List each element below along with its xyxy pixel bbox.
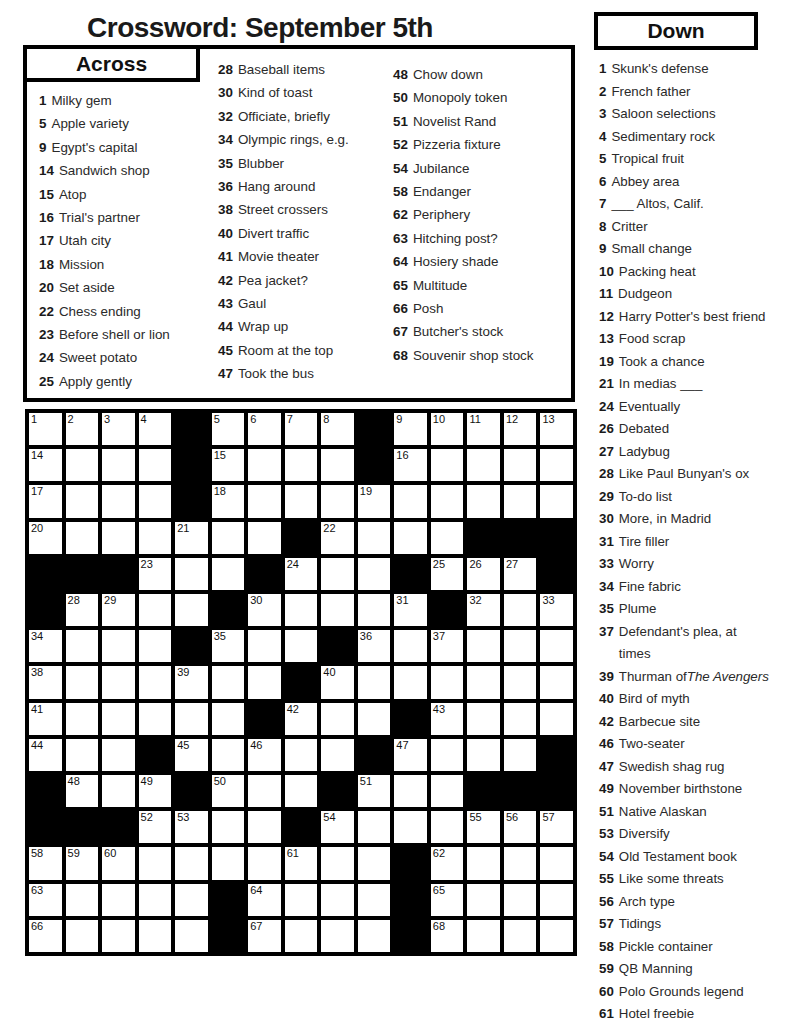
clue-text: Egypt's capital: [51, 136, 137, 159]
across-clue-column-3: 48Chow down50Monopoly token51Novelist Ra…: [393, 63, 573, 367]
black-cell-r12c2: [66, 811, 99, 843]
clue-number: 43: [218, 292, 233, 315]
cell-number: 54: [323, 812, 335, 823]
clue-text: Skunk's defense: [611, 58, 791, 81]
cell-number: 44: [31, 740, 43, 751]
grid-cell-r1c13[interactable]: 11: [467, 413, 500, 445]
grid-cell-r11c3[interactable]: [102, 775, 135, 807]
grid-cell-r1c14[interactable]: 12: [504, 413, 537, 445]
clue-number: 36: [218, 175, 233, 198]
black-cell-r11c5: [175, 775, 208, 807]
clue-text: Atop: [59, 183, 87, 206]
grid-cell-r15c4[interactable]: [139, 920, 172, 952]
grid-cell-r4c2[interactable]: [66, 522, 99, 554]
grid-cell-r7c6[interactable]: 35: [212, 630, 245, 662]
grid-cell-r12c14[interactable]: 56: [504, 811, 537, 843]
grid-cell-r14c1[interactable]: 63: [29, 884, 62, 916]
black-cell-r6c1: [29, 594, 62, 626]
across-clue-43: 43Gaul: [218, 292, 398, 315]
cell-number: 4: [141, 414, 147, 425]
grid-cell-r10c7[interactable]: 46: [248, 739, 281, 771]
down-clue-31: 31Tire filler: [599, 531, 791, 554]
grid-cell-r6c14[interactable]: [504, 594, 537, 626]
grid-cell-r14c5[interactable]: [175, 884, 208, 916]
clue-number: 19: [599, 351, 614, 374]
grid-cell-r3c1[interactable]: 17: [29, 485, 62, 517]
grid-cell-r12c13[interactable]: 55: [467, 811, 500, 843]
clue-number: 21: [599, 373, 614, 396]
grid-cell-r6c7[interactable]: 30: [248, 594, 281, 626]
grid-cell-r1c11[interactable]: 9: [394, 413, 427, 445]
grid-cell-r3c9[interactable]: [321, 485, 354, 517]
grid-cell-r10c12[interactable]: [431, 739, 464, 771]
cell-number: 24: [287, 559, 299, 570]
clue-number: 23: [39, 323, 54, 346]
grid-cell-r11c4[interactable]: 49: [139, 775, 172, 807]
grid-cell-r4c6[interactable]: [212, 522, 245, 554]
grid-cell-r6c2[interactable]: 28: [66, 594, 99, 626]
black-cell-r8c8: [285, 666, 318, 698]
grid-cell-r9c4[interactable]: [139, 703, 172, 735]
grid-cell-r10c5[interactable]: 45: [175, 739, 208, 771]
cell-number: 8: [323, 414, 329, 425]
grid-cell-r9c15[interactable]: [540, 703, 573, 735]
grid-cell-r15c8[interactable]: [285, 920, 318, 952]
grid-cell-r2c9[interactable]: [321, 449, 354, 481]
clue-number: 59: [599, 958, 614, 981]
grid-cell-r10c2[interactable]: [66, 739, 99, 771]
grid-cell-r6c5[interactable]: [175, 594, 208, 626]
cell-number: 60: [104, 848, 116, 859]
grid-cell-r7c2[interactable]: [66, 630, 99, 662]
grid-cell-r7c7[interactable]: [248, 630, 281, 662]
cell-number: 12: [506, 414, 518, 425]
grid-cell-r15c2[interactable]: [66, 920, 99, 952]
grid-cell-r2c12[interactable]: [431, 449, 464, 481]
grid-cell-r1c9[interactable]: 8: [321, 413, 354, 445]
grid-cell-r2c8[interactable]: [285, 449, 318, 481]
across-clue-22: 22Chess ending: [39, 300, 215, 323]
grid-cell-r10c8[interactable]: [285, 739, 318, 771]
grid-cell-r9c5[interactable]: [175, 703, 208, 735]
cell-number: 18: [214, 486, 226, 497]
across-clue-38: 38Street crossers: [218, 198, 398, 221]
grid-cell-r13c1[interactable]: 58: [29, 847, 62, 879]
grid-cell-r12c6[interactable]: [212, 811, 245, 843]
grid-cell-r5c9[interactable]: [321, 558, 354, 590]
clue-text: Sedimentary rock: [611, 126, 791, 149]
clue-number: 64: [393, 250, 408, 273]
grid-cell-r4c1[interactable]: 20: [29, 522, 62, 554]
clue-number: 9: [39, 136, 46, 159]
grid-cell-r3c7[interactable]: [248, 485, 281, 517]
grid-cell-r2c13[interactable]: [467, 449, 500, 481]
clue-number: 11: [599, 283, 613, 306]
grid-cell-r5c10[interactable]: [358, 558, 391, 590]
grid-cell-r15c7[interactable]: 67: [248, 920, 281, 952]
grid-cell-r9c1[interactable]: 41: [29, 703, 62, 735]
grid-cell-r3c15[interactable]: [540, 485, 573, 517]
grid-cell-r3c2[interactable]: [66, 485, 99, 517]
clue-text: Native Alaskan: [619, 801, 791, 824]
grid-cell-r2c1[interactable]: 14: [29, 449, 62, 481]
cell-number: 5: [214, 414, 220, 425]
grid-cell-r14c13[interactable]: [467, 884, 500, 916]
grid-cell-r2c6[interactable]: 15: [212, 449, 245, 481]
grid-cell-r8c10[interactable]: [358, 666, 391, 698]
grid-cell-r9c13[interactable]: [467, 703, 500, 735]
grid-cell-r5c12[interactable]: 25: [431, 558, 464, 590]
down-clue-46: 46Two-seater: [599, 733, 791, 756]
grid-cell-r15c5[interactable]: [175, 920, 208, 952]
clue-number: 40: [218, 222, 233, 245]
clue-number: 18: [39, 253, 54, 276]
clue-text: Harry Potter's best friend: [619, 306, 791, 329]
grid-cell-r1c12[interactable]: 10: [431, 413, 464, 445]
grid-cell-r1c4[interactable]: 4: [139, 413, 172, 445]
down-clue-28: 28Like Paul Bunyan's ox: [599, 463, 791, 486]
grid-cell-r4c11[interactable]: [394, 522, 427, 554]
grid-cell-r9c14[interactable]: [504, 703, 537, 735]
clue-number: 52: [393, 133, 408, 156]
across-clue-23: 23Before shell or lion: [39, 323, 215, 346]
clue-number: 47: [218, 362, 233, 385]
grid-cell-r7c13[interactable]: [467, 630, 500, 662]
grid-cell-r2c15[interactable]: [540, 449, 573, 481]
grid-cell-r14c14[interactable]: [504, 884, 537, 916]
grid-cell-r13c14[interactable]: [504, 847, 537, 879]
cell-number: 55: [469, 812, 481, 823]
down-clue-26: 26Debated: [599, 418, 791, 441]
grid-cell-r6c9[interactable]: [321, 594, 354, 626]
grid-cell-r4c7[interactable]: [248, 522, 281, 554]
grid-cell-r8c12[interactable]: [431, 666, 464, 698]
grid-cell-r8c5[interactable]: 39: [175, 666, 208, 698]
cell-number: 7: [287, 414, 293, 425]
grid-cell-r1c2[interactable]: 2: [66, 413, 99, 445]
cell-number: 66: [31, 921, 43, 932]
cell-number: 52: [141, 812, 153, 823]
grid-cell-r9c8[interactable]: 42: [285, 703, 318, 735]
grid-cell-r7c10[interactable]: 36: [358, 630, 391, 662]
grid-cell-r5c6[interactable]: [212, 558, 245, 590]
grid-cell-r4c12[interactable]: [431, 522, 464, 554]
grid-cell-r14c8[interactable]: [285, 884, 318, 916]
grid-cell-r3c12[interactable]: [431, 485, 464, 517]
black-cell-r2c5: [175, 449, 208, 481]
grid-cell-r12c5[interactable]: 53: [175, 811, 208, 843]
grid-cell-r3c8[interactable]: [285, 485, 318, 517]
grid-cell-r8c9[interactable]: 40: [321, 666, 354, 698]
grid-cell-r1c8[interactable]: 7: [285, 413, 318, 445]
clue-number: 47: [599, 756, 614, 779]
grid-cell-r5c4[interactable]: 23: [139, 558, 172, 590]
clue-number: 49: [599, 778, 614, 801]
black-cell-r3c5: [175, 485, 208, 517]
down-clue-27: 27Ladybug: [599, 441, 791, 464]
grid-cell-r6c11[interactable]: 31: [394, 594, 427, 626]
grid-cell-r13c8[interactable]: 61: [285, 847, 318, 879]
cell-number: 31: [396, 595, 408, 606]
grid-cell-r12c15[interactable]: 57: [540, 811, 573, 843]
grid-cell-r6c10[interactable]: [358, 594, 391, 626]
cell-number: 10: [433, 414, 445, 425]
clue-text: Pea jacket?: [238, 269, 308, 292]
cell-number: 22: [323, 523, 335, 534]
grid-cell-r14c4[interactable]: [139, 884, 172, 916]
grid-cell-r7c14[interactable]: [504, 630, 537, 662]
grid-cell-r8c4[interactable]: [139, 666, 172, 698]
grid-cell-r10c14[interactable]: [504, 739, 537, 771]
grid-cell-r1c6[interactable]: 5: [212, 413, 245, 445]
down-clue-61: 61Hotel freebie: [599, 1003, 791, 1024]
grid-cell-r15c15[interactable]: [540, 920, 573, 952]
across-clue-63: 63Hitching post?: [393, 227, 573, 250]
clue-number: 6: [599, 171, 606, 194]
down-header: Down: [594, 12, 758, 50]
grid-cell-r7c15[interactable]: [540, 630, 573, 662]
grid-cell-r2c4[interactable]: [139, 449, 172, 481]
grid-cell-r1c15[interactable]: 13: [540, 413, 573, 445]
grid-cell-r8c14[interactable]: [504, 666, 537, 698]
grid-cell-r3c11[interactable]: [394, 485, 427, 517]
grid-cell-r10c11[interactable]: 47: [394, 739, 427, 771]
grid-cell-r8c15[interactable]: [540, 666, 573, 698]
across-clue-41: 41Movie theater: [218, 245, 398, 268]
grid-cell-r8c13[interactable]: [467, 666, 500, 698]
clue-number: 15: [39, 183, 54, 206]
grid-cell-r3c4[interactable]: [139, 485, 172, 517]
grid-cell-r4c9[interactable]: 22: [321, 522, 354, 554]
clue-number: 28: [218, 58, 233, 81]
grid-cell-r10c6[interactable]: [212, 739, 245, 771]
grid-cell-r1c7[interactable]: 6: [248, 413, 281, 445]
cell-number: 17: [31, 486, 43, 497]
grid-cell-r3c3[interactable]: [102, 485, 135, 517]
black-cell-r11c14: [504, 775, 537, 807]
clue-text: Took a chance: [619, 351, 791, 374]
grid-cell-r15c12[interactable]: 68: [431, 920, 464, 952]
cell-number: 11: [469, 414, 480, 425]
grid-cell-r5c5[interactable]: [175, 558, 208, 590]
grid-cell-r6c8[interactable]: [285, 594, 318, 626]
grid-cell-r14c2[interactable]: [66, 884, 99, 916]
cell-number: 35: [214, 631, 226, 642]
grid-cell-r3c14[interactable]: [504, 485, 537, 517]
grid-cell-r14c3[interactable]: [102, 884, 135, 916]
grid-cell-r15c14[interactable]: [504, 920, 537, 952]
grid-cell-r2c2[interactable]: [66, 449, 99, 481]
clue-text: Bird of myth: [619, 688, 791, 711]
down-clue-4: 4Sedimentary rock: [599, 126, 791, 149]
grid-cell-r4c10[interactable]: [358, 522, 391, 554]
grid-cell-r3c13[interactable]: [467, 485, 500, 517]
clue-number: 4: [599, 126, 606, 149]
grid-cell-r6c13[interactable]: 32: [467, 594, 500, 626]
black-cell-r6c12: [431, 594, 464, 626]
grid-cell-r10c3[interactable]: [102, 739, 135, 771]
grid-cell-r13c9[interactable]: [321, 847, 354, 879]
grid-cell-r8c2[interactable]: [66, 666, 99, 698]
clue-number: 25: [39, 370, 54, 393]
grid-cell-r13c3[interactable]: 60: [102, 847, 135, 879]
clue-text: Multitude: [413, 274, 467, 297]
clue-number: 13: [599, 328, 614, 351]
clue-text: Debated: [619, 418, 791, 441]
grid-cell-r4c3[interactable]: [102, 522, 135, 554]
clue-text: Milky gem: [51, 89, 111, 112]
clue-text: Gaul: [238, 292, 266, 315]
black-cell-r10c15: [540, 739, 573, 771]
grid-cell-r9c9[interactable]: [321, 703, 354, 735]
grid-cell-r15c10[interactable]: [358, 920, 391, 952]
grid-cell-r1c3[interactable]: 3: [102, 413, 135, 445]
grid-cell-r4c4[interactable]: [139, 522, 172, 554]
grid-cell-r11c7[interactable]: [248, 775, 281, 807]
grid-cell-r13c15[interactable]: [540, 847, 573, 879]
grid-cell-r7c4[interactable]: [139, 630, 172, 662]
grid-cell-r9c12[interactable]: 43: [431, 703, 464, 735]
grid-cell-r11c6[interactable]: 50: [212, 775, 245, 807]
grid-cell-r9c2[interactable]: [66, 703, 99, 735]
clue-number: 14: [39, 159, 54, 182]
grid-cell-r15c1[interactable]: 66: [29, 920, 62, 952]
grid-cell-r14c15[interactable]: [540, 884, 573, 916]
down-clue-58: 58Pickle container: [599, 936, 791, 959]
grid-cell-r9c6[interactable]: [212, 703, 245, 735]
grid-cell-r7c11[interactable]: [394, 630, 427, 662]
grid-cell-r13c4[interactable]: [139, 847, 172, 879]
grid-cell-r11c11[interactable]: [394, 775, 427, 807]
grid-cell-r11c8[interactable]: [285, 775, 318, 807]
grid-cell-r12c4[interactable]: 52: [139, 811, 172, 843]
grid-cell-r10c9[interactable]: [321, 739, 354, 771]
clue-text: Diversify: [619, 823, 791, 846]
grid-cell-r12c11[interactable]: [394, 811, 427, 843]
grid-cell-r2c7[interactable]: [248, 449, 281, 481]
grid-cell-r14c12[interactable]: 65: [431, 884, 464, 916]
grid-cell-r12c9[interactable]: 54: [321, 811, 354, 843]
clue-text: Old Testament book: [619, 846, 791, 869]
black-cell-r4c8: [285, 522, 318, 554]
grid-cell-r9c10[interactable]: [358, 703, 391, 735]
page-title: Crossword: September 5th: [0, 12, 520, 44]
grid-cell-r7c12[interactable]: 37: [431, 630, 464, 662]
clue-text: In medias ___: [619, 373, 791, 396]
grid-cell-r15c3[interactable]: [102, 920, 135, 952]
grid-cell-r13c12[interactable]: 62: [431, 847, 464, 879]
grid-cell-r8c7[interactable]: [248, 666, 281, 698]
across-clue-48: 48Chow down: [393, 63, 573, 86]
grid-cell-r11c12[interactable]: [431, 775, 464, 807]
grid-cell-r15c9[interactable]: [321, 920, 354, 952]
grid-cell-r2c14[interactable]: [504, 449, 537, 481]
grid-cell-r6c4[interactable]: [139, 594, 172, 626]
clue-number: 35: [599, 598, 614, 621]
grid-cell-r5c13[interactable]: 26: [467, 558, 500, 590]
grid-cell-r3c6[interactable]: 18: [212, 485, 245, 517]
cell-number: 68: [433, 921, 445, 932]
across-clue-36: 36Hang around: [218, 175, 398, 198]
grid-cell-r1c1[interactable]: 1: [29, 413, 62, 445]
grid-cell-r13c13[interactable]: [467, 847, 500, 879]
clue-number: 53: [599, 823, 614, 846]
grid-cell-r10c13[interactable]: [467, 739, 500, 771]
cell-number: 2: [68, 414, 74, 425]
clue-number: 54: [393, 157, 408, 180]
cell-number: 32: [469, 595, 481, 606]
grid-cell-r8c11[interactable]: [394, 666, 427, 698]
grid-cell-r14c9[interactable]: [321, 884, 354, 916]
grid-cell-r13c7[interactable]: [248, 847, 281, 879]
grid-cell-r13c10[interactable]: [358, 847, 391, 879]
grid-cell-r6c3[interactable]: 29: [102, 594, 135, 626]
across-clue-50: 50Monopoly token: [393, 86, 573, 109]
clue-number: 51: [599, 801, 614, 824]
across-clue-68: 68Souvenir shop stock: [393, 344, 573, 367]
grid-cell-r2c3[interactable]: [102, 449, 135, 481]
black-cell-r7c5: [175, 630, 208, 662]
grid-cell-r9c3[interactable]: [102, 703, 135, 735]
clue-text: Thurman ofThe Avengers: [619, 666, 791, 689]
grid-cell-r8c6[interactable]: [212, 666, 245, 698]
across-clue-40: 40Divert traffic: [218, 222, 398, 245]
clue-number: 44: [218, 315, 233, 338]
across-clue-25: 25Apply gently: [39, 370, 215, 393]
cell-number: 30: [250, 595, 262, 606]
grid-cell-r8c3[interactable]: [102, 666, 135, 698]
grid-cell-r13c5[interactable]: [175, 847, 208, 879]
cell-number: 21: [177, 523, 189, 534]
grid-cell-r15c13[interactable]: [467, 920, 500, 952]
black-cell-r5c15: [540, 558, 573, 590]
grid-cell-r12c12[interactable]: [431, 811, 464, 843]
grid-cell-r7c8[interactable]: [285, 630, 318, 662]
grid-cell-r11c2[interactable]: 48: [66, 775, 99, 807]
clue-number: 63: [393, 227, 408, 250]
grid-cell-r6c15[interactable]: 33: [540, 594, 573, 626]
grid-cell-r5c14[interactable]: 27: [504, 558, 537, 590]
grid-cell-r12c10[interactable]: [358, 811, 391, 843]
grid-cell-r4c5[interactable]: 21: [175, 522, 208, 554]
grid-cell-r12c7[interactable]: [248, 811, 281, 843]
grid-cell-r10c1[interactable]: 44: [29, 739, 62, 771]
grid-cell-r14c10[interactable]: [358, 884, 391, 916]
clue-number: 66: [393, 297, 408, 320]
grid-cell-r3c10[interactable]: 19: [358, 485, 391, 517]
clue-text: Room at the top: [238, 339, 333, 362]
clue-number: 12: [599, 306, 614, 329]
cell-number: 45: [177, 740, 189, 751]
down-clue-13: 13Food scrap: [599, 328, 791, 351]
clue-text: Like Paul Bunyan's ox: [619, 463, 791, 486]
grid-cell-r13c2[interactable]: 59: [66, 847, 99, 879]
clue-number: 10: [599, 261, 614, 284]
black-cell-r10c4: [139, 739, 172, 771]
black-cell-r11c1: [29, 775, 62, 807]
grid-cell-r13c6[interactable]: [212, 847, 245, 879]
grid-cell-r7c3[interactable]: [102, 630, 135, 662]
grid-cell-r5c8[interactable]: 24: [285, 558, 318, 590]
clue-number: 27: [599, 441, 614, 464]
grid-cell-r11c10[interactable]: 51: [358, 775, 391, 807]
across-clue-47: 47Took the bus: [218, 362, 398, 385]
grid-cell-r2c11[interactable]: 16: [394, 449, 427, 481]
grid-cell-r8c1[interactable]: 38: [29, 666, 62, 698]
grid-cell-r7c1[interactable]: 34: [29, 630, 62, 662]
grid-cell-r14c7[interactable]: 64: [248, 884, 281, 916]
clue-text: Tire filler: [619, 531, 791, 554]
